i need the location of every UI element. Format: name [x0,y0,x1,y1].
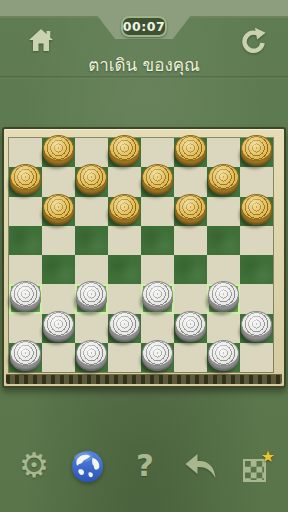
square-g8 [207,138,240,167]
square-d1 [108,343,141,372]
language-button[interactable] [71,450,104,483]
refresh-icon [239,27,266,54]
square-d5 [108,226,141,255]
square-e1[interactable] [141,343,174,372]
achievements-button[interactable]: ★ [243,457,270,484]
square-a3[interactable] [9,284,42,313]
square-g6 [207,197,240,226]
gold-checker[interactable] [109,135,140,166]
square-b4[interactable] [42,255,75,284]
square-e8 [141,138,174,167]
undo-arrow-icon [183,452,218,480]
square-e7[interactable] [141,167,174,196]
square-b6[interactable] [42,197,75,226]
white-checker[interactable] [10,340,41,371]
square-d8[interactable] [108,138,141,167]
square-h8[interactable] [240,138,273,167]
square-c2 [75,314,108,343]
square-f6[interactable] [174,197,207,226]
turn-status-text: ตาเดิน ของคุณ [0,51,288,75]
gold-checker[interactable] [43,194,74,225]
square-f4[interactable] [174,255,207,284]
square-f2[interactable] [174,314,207,343]
gold-checker[interactable] [241,194,272,225]
square-e2 [141,314,174,343]
play-area [9,138,273,372]
square-h6[interactable] [240,197,273,226]
square-d4[interactable] [108,255,141,284]
square-h3 [240,284,273,313]
square-g4 [207,255,240,284]
square-c3[interactable] [75,284,108,313]
square-h4[interactable] [240,255,273,284]
white-checker[interactable] [241,311,272,342]
restart-button[interactable] [239,27,266,54]
square-e6 [141,197,174,226]
square-d7 [108,167,141,196]
square-e4 [141,255,174,284]
square-g2 [207,314,240,343]
timer-value: 00:07 [123,19,165,34]
white-checker[interactable] [142,340,173,371]
square-f5 [174,226,207,255]
question-mark-icon: ? [136,447,154,483]
square-b3 [42,284,75,313]
square-b7 [42,167,75,196]
gold-checker[interactable] [241,135,272,166]
white-checker[interactable] [10,281,41,312]
help-button[interactable]: ? [132,446,158,484]
square-h5 [240,226,273,255]
square-g1[interactable] [207,343,240,372]
white-checker[interactable] [142,281,173,312]
gold-checker[interactable] [142,164,173,195]
square-a7[interactable] [9,167,42,196]
square-a2 [9,314,42,343]
white-checker[interactable] [76,340,107,371]
gold-checker[interactable] [76,164,107,195]
gold-checker[interactable] [175,135,206,166]
square-c1[interactable] [75,343,108,372]
square-a6 [9,197,42,226]
square-b2[interactable] [42,314,75,343]
square-c5[interactable] [75,226,108,255]
square-g5[interactable] [207,226,240,255]
white-checker[interactable] [109,311,140,342]
gold-checker[interactable] [10,164,41,195]
home-icon [28,28,54,52]
square-c7[interactable] [75,167,108,196]
white-checker[interactable] [43,311,74,342]
game-board [2,127,286,388]
square-a8 [9,138,42,167]
gear-icon: ⚙ [19,445,49,485]
square-b8[interactable] [42,138,75,167]
gold-checker[interactable] [208,164,239,195]
square-a4 [9,255,42,284]
square-a1[interactable] [9,343,42,372]
square-h7 [240,167,273,196]
settings-button[interactable]: ⚙ [16,446,52,484]
star-icon: ★ [261,449,275,465]
square-h1 [240,343,273,372]
square-b1 [42,343,75,372]
square-e5[interactable] [141,226,174,255]
gold-checker[interactable] [43,135,74,166]
square-g3[interactable] [207,284,240,313]
square-f8[interactable] [174,138,207,167]
square-d2[interactable] [108,314,141,343]
white-checker[interactable] [175,311,206,342]
gold-checker[interactable] [109,194,140,225]
square-h2[interactable] [240,314,273,343]
gold-checker[interactable] [175,194,206,225]
square-f7 [174,167,207,196]
board-bottom-edge [6,374,282,384]
undo-button[interactable] [183,452,218,480]
square-g7[interactable] [207,167,240,196]
square-f1 [174,343,207,372]
square-a5[interactable] [9,226,42,255]
square-e3[interactable] [141,284,174,313]
white-checker[interactable] [208,340,239,371]
home-button[interactable] [28,28,54,52]
square-c8 [75,138,108,167]
white-checker[interactable] [208,281,239,312]
square-f3 [174,284,207,313]
timer-badge: 00:07 [121,16,167,37]
square-d3 [108,284,141,313]
square-b5 [42,226,75,255]
topbar-divider [0,76,288,79]
square-d6[interactable] [108,197,141,226]
square-c4 [75,255,108,284]
white-checker[interactable] [76,281,107,312]
globe-icon [71,450,104,483]
square-c6 [75,197,108,226]
